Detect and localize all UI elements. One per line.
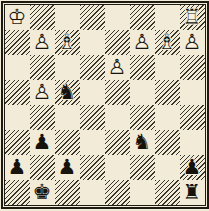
square-h4 [180, 105, 205, 130]
square-d7 [80, 30, 105, 55]
square-e8 [105, 5, 130, 30]
piece-glyph: ♗ [55, 30, 80, 55]
square-e3 [105, 130, 130, 155]
black-rook-h1: ♜ [180, 180, 205, 205]
square-d2 [80, 155, 105, 180]
piece-glyph: ♚ [30, 180, 55, 205]
square-a4 [5, 105, 30, 130]
black-king-b1: ♚ [30, 180, 55, 205]
piece-glyph: ♟ [5, 155, 30, 180]
square-f4 [130, 105, 155, 130]
piece-glyph: ♔ [5, 5, 30, 30]
square-a8: ♚♔ [5, 5, 30, 30]
piece-glyph: ♜ [180, 180, 205, 205]
square-h2: ♟ [180, 155, 205, 180]
square-a3 [5, 130, 30, 155]
chess-board: ♚♔♜♖♟♙♝♗♟♙♝♗♟♙♟♙♟♙♞♟♞♟♟♟♚♜ [5, 5, 205, 205]
square-f8 [130, 5, 155, 30]
square-h7: ♟♙ [180, 30, 205, 55]
square-f7: ♟♙ [130, 30, 155, 55]
square-f1 [130, 180, 155, 205]
square-f6 [130, 55, 155, 80]
piece-glyph: ♟ [55, 155, 80, 180]
piece-glyph: ♞ [55, 80, 80, 105]
square-h1: ♜ [180, 180, 205, 205]
piece-glyph: ♙ [130, 30, 155, 55]
square-d4 [80, 105, 105, 130]
square-c1 [55, 180, 80, 205]
white-pawn-f7: ♟♙ [130, 30, 155, 55]
square-a5 [5, 80, 30, 105]
square-d8 [80, 5, 105, 30]
square-d1 [80, 180, 105, 205]
white-king-a8: ♚♔ [5, 5, 30, 30]
square-a6 [5, 55, 30, 80]
square-d3 [80, 130, 105, 155]
white-pawn-h7: ♟♙ [180, 30, 205, 55]
square-h5 [180, 80, 205, 105]
white-bishop-c7: ♝♗ [55, 30, 80, 55]
white-pawn-e6: ♟♙ [105, 55, 130, 80]
piece-glyph: ♗ [155, 30, 180, 55]
piece-glyph: ♞ [130, 130, 155, 155]
square-c2: ♟ [55, 155, 80, 180]
square-b4 [30, 105, 55, 130]
piece-glyph: ♙ [30, 30, 55, 55]
square-g8 [155, 5, 180, 30]
square-f2 [130, 155, 155, 180]
black-pawn-h2: ♟ [180, 155, 205, 180]
piece-glyph: ♟ [180, 155, 205, 180]
black-pawn-c2: ♟ [55, 155, 80, 180]
square-e1 [105, 180, 130, 205]
chess-board-border: ♚♔♜♖♟♙♝♗♟♙♝♗♟♙♟♙♟♙♞♟♞♟♟♟♚♜ [4, 4, 206, 206]
square-e4 [105, 105, 130, 130]
square-g1 [155, 180, 180, 205]
square-e5 [105, 80, 130, 105]
square-c4 [55, 105, 80, 130]
square-h3 [180, 130, 205, 155]
white-rook-h8: ♜♖ [180, 5, 205, 30]
square-f3: ♞ [130, 130, 155, 155]
square-b7: ♟♙ [30, 30, 55, 55]
piece-glyph: ♙ [30, 80, 55, 105]
square-f5 [130, 80, 155, 105]
square-a7 [5, 30, 30, 55]
white-bishop-g7: ♝♗ [155, 30, 180, 55]
chess-board-frame: ♚♔♜♖♟♙♝♗♟♙♝♗♟♙♟♙♟♙♞♟♞♟♟♟♚♜ [1, 1, 209, 209]
square-g4 [155, 105, 180, 130]
square-e6: ♟♙ [105, 55, 130, 80]
white-pawn-b5: ♟♙ [30, 80, 55, 105]
black-knight-f3: ♞ [130, 130, 155, 155]
square-b5: ♟♙ [30, 80, 55, 105]
square-b1: ♚ [30, 180, 55, 205]
piece-glyph: ♟ [30, 130, 55, 155]
square-e2 [105, 155, 130, 180]
square-c3 [55, 130, 80, 155]
diagram-page: ♚♔♜♖♟♙♝♗♟♙♝♗♟♙♟♙♟♙♞♟♞♟♟♟♚♜ [0, 0, 209, 211]
white-pawn-b7: ♟♙ [30, 30, 55, 55]
piece-glyph: ♖ [180, 5, 205, 30]
square-g3 [155, 130, 180, 155]
square-c8 [55, 5, 80, 30]
square-e7 [105, 30, 130, 55]
square-h8: ♜♖ [180, 5, 205, 30]
square-b8 [30, 5, 55, 30]
square-d6 [80, 55, 105, 80]
black-knight-c5: ♞ [55, 80, 80, 105]
black-pawn-b3: ♟ [30, 130, 55, 155]
square-a1 [5, 180, 30, 205]
piece-glyph: ♙ [105, 55, 130, 80]
square-c6 [55, 55, 80, 80]
black-pawn-a2: ♟ [5, 155, 30, 180]
square-g2 [155, 155, 180, 180]
square-g5 [155, 80, 180, 105]
square-g6 [155, 55, 180, 80]
square-h6 [180, 55, 205, 80]
square-c5: ♞ [55, 80, 80, 105]
square-b2 [30, 155, 55, 180]
piece-glyph: ♙ [180, 30, 205, 55]
square-d5 [80, 80, 105, 105]
square-b6 [30, 55, 55, 80]
square-c7: ♝♗ [55, 30, 80, 55]
square-b3: ♟ [30, 130, 55, 155]
square-a2: ♟ [5, 155, 30, 180]
square-g7: ♝♗ [155, 30, 180, 55]
